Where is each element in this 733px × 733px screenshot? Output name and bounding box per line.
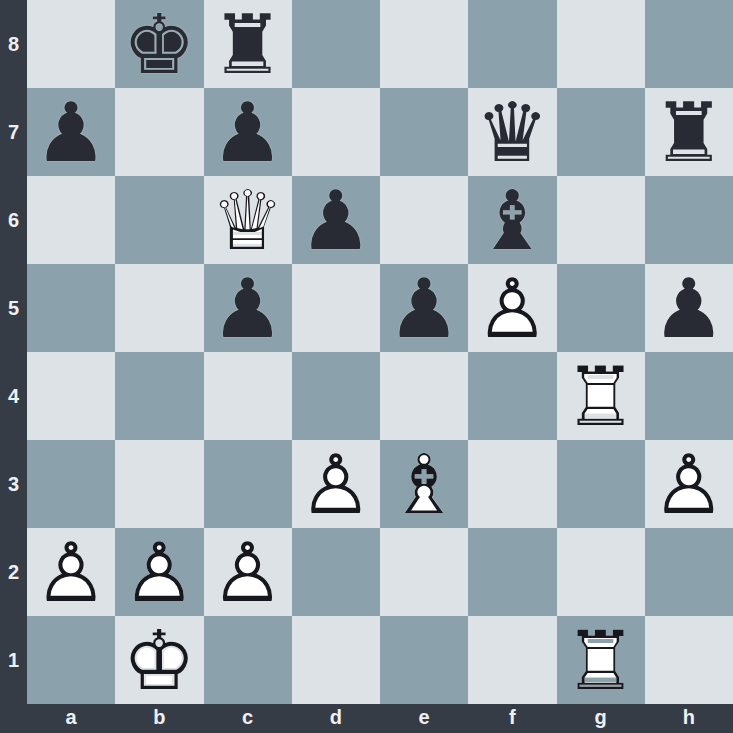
piece-black-pawn-d6[interactable]: ♟	[292, 176, 380, 264]
piece-white-king-b1[interactable]: ♚♔	[115, 616, 203, 704]
square-c2[interactable]: ♟♙	[204, 528, 292, 616]
square-a6[interactable]	[27, 176, 115, 264]
square-a5[interactable]	[27, 264, 115, 352]
white-queen-outline-icon: ♕	[211, 177, 285, 265]
square-f2[interactable]	[468, 528, 556, 616]
rank-label-1: 1	[0, 616, 27, 704]
chess-diagram: 87654321 ♚♜♟♟♛♜♛♕♟♝♟♟♟♙♟♜♖♟♙♝♗♟♙♟♙♟♙♟♙♚♔…	[0, 0, 733, 733]
file-label-f: f	[468, 704, 556, 733]
black-pawn-icon: ♟	[211, 89, 285, 177]
square-f8[interactable]	[468, 0, 556, 88]
piece-white-pawn-d3[interactable]: ♟♙	[292, 440, 380, 528]
white-rook-outline-icon: ♖	[564, 353, 638, 441]
rank-labels: 87654321	[0, 0, 27, 704]
square-a2[interactable]: ♟♙	[27, 528, 115, 616]
piece-white-pawn-f5[interactable]: ♟♙	[468, 264, 556, 352]
square-c1[interactable]	[204, 616, 292, 704]
piece-black-king-b8[interactable]: ♚	[115, 0, 203, 88]
square-h7[interactable]: ♜	[645, 88, 733, 176]
piece-white-pawn-h3[interactable]: ♟♙	[645, 440, 733, 528]
square-b3[interactable]	[115, 440, 203, 528]
black-rook-icon: ♜	[652, 89, 726, 177]
piece-black-rook-c8[interactable]: ♜	[204, 0, 292, 88]
square-g3[interactable]	[557, 440, 645, 528]
square-g4[interactable]: ♜♖	[557, 352, 645, 440]
square-d6[interactable]: ♟	[292, 176, 380, 264]
square-f5[interactable]: ♟♙	[468, 264, 556, 352]
square-e1[interactable]	[380, 616, 468, 704]
square-f7[interactable]: ♛	[468, 88, 556, 176]
black-pawn-icon: ♟	[299, 177, 373, 265]
square-g7[interactable]	[557, 88, 645, 176]
square-e2[interactable]	[380, 528, 468, 616]
piece-black-pawn-h5[interactable]: ♟	[645, 264, 733, 352]
piece-white-bishop-e3[interactable]: ♝♗	[380, 440, 468, 528]
white-pawn-outline-icon: ♙	[123, 529, 197, 617]
square-a7[interactable]: ♟	[27, 88, 115, 176]
square-d7[interactable]	[292, 88, 380, 176]
file-label-h: h	[645, 704, 733, 733]
square-f6[interactable]: ♝	[468, 176, 556, 264]
square-a8[interactable]	[27, 0, 115, 88]
square-c7[interactable]: ♟	[204, 88, 292, 176]
black-pawn-icon: ♟	[34, 89, 108, 177]
square-d4[interactable]	[292, 352, 380, 440]
file-label-e: e	[380, 704, 468, 733]
square-d1[interactable]	[292, 616, 380, 704]
piece-black-pawn-e5[interactable]: ♟	[380, 264, 468, 352]
square-f4[interactable]	[468, 352, 556, 440]
square-b4[interactable]	[115, 352, 203, 440]
piece-white-queen-c6[interactable]: ♛♕	[204, 176, 292, 264]
black-pawn-icon: ♟	[387, 265, 461, 353]
piece-white-pawn-a2[interactable]: ♟♙	[27, 528, 115, 616]
piece-black-queen-f7[interactable]: ♛	[468, 88, 556, 176]
piece-black-pawn-c5[interactable]: ♟	[204, 264, 292, 352]
white-pawn-outline-icon: ♙	[299, 441, 373, 529]
square-e5[interactable]: ♟	[380, 264, 468, 352]
square-b2[interactable]: ♟♙	[115, 528, 203, 616]
square-d2[interactable]	[292, 528, 380, 616]
square-c3[interactable]	[204, 440, 292, 528]
square-h2[interactable]	[645, 528, 733, 616]
white-pawn-outline-icon: ♙	[652, 441, 726, 529]
rank-label-4: 4	[0, 352, 27, 440]
black-rook-icon: ♜	[211, 1, 285, 89]
square-g5[interactable]	[557, 264, 645, 352]
rank-label-2: 2	[0, 528, 27, 616]
square-a1[interactable]	[27, 616, 115, 704]
file-label-d: d	[292, 704, 380, 733]
square-g6[interactable]	[557, 176, 645, 264]
square-c5[interactable]: ♟	[204, 264, 292, 352]
file-label-a: a	[27, 704, 115, 733]
square-h3[interactable]: ♟♙	[645, 440, 733, 528]
square-c8[interactable]: ♜	[204, 0, 292, 88]
square-b6[interactable]	[115, 176, 203, 264]
square-e3[interactable]: ♝♗	[380, 440, 468, 528]
white-rook-outline-icon: ♖	[564, 617, 638, 705]
white-bishop-outline-icon: ♗	[387, 441, 461, 529]
piece-black-pawn-c7[interactable]: ♟	[204, 88, 292, 176]
square-e6[interactable]	[380, 176, 468, 264]
square-b5[interactable]	[115, 264, 203, 352]
square-h1[interactable]	[645, 616, 733, 704]
square-a3[interactable]	[27, 440, 115, 528]
square-c6[interactable]: ♛♕	[204, 176, 292, 264]
square-f1[interactable]	[468, 616, 556, 704]
white-pawn-outline-icon: ♙	[34, 529, 108, 617]
file-label-c: c	[204, 704, 292, 733]
black-pawn-icon: ♟	[211, 265, 285, 353]
square-d5[interactable]	[292, 264, 380, 352]
black-queen-icon: ♛	[476, 89, 550, 177]
piece-white-pawn-b2[interactable]: ♟♙	[115, 528, 203, 616]
black-king-icon: ♚	[123, 1, 197, 89]
square-g8[interactable]	[557, 0, 645, 88]
piece-white-rook-g4[interactable]: ♜♖	[557, 352, 645, 440]
rank-label-3: 3	[0, 440, 27, 528]
rank-label-5: 5	[0, 264, 27, 352]
square-d8[interactable]	[292, 0, 380, 88]
black-pawn-icon: ♟	[652, 265, 726, 353]
black-bishop-icon: ♝	[476, 177, 550, 265]
rank-label-6: 6	[0, 176, 27, 264]
rank-label-8: 8	[0, 0, 27, 88]
square-e7[interactable]	[380, 88, 468, 176]
file-label-g: g	[557, 704, 645, 733]
square-h5[interactable]: ♟	[645, 264, 733, 352]
square-h6[interactable]	[645, 176, 733, 264]
square-g1[interactable]: ♜♖	[557, 616, 645, 704]
rank-label-7: 7	[0, 88, 27, 176]
square-e4[interactable]	[380, 352, 468, 440]
square-c4[interactable]	[204, 352, 292, 440]
piece-white-rook-g1[interactable]: ♜♖	[557, 616, 645, 704]
square-b1[interactable]: ♚♔	[115, 616, 203, 704]
white-pawn-outline-icon: ♙	[476, 265, 550, 353]
square-b8[interactable]: ♚	[115, 0, 203, 88]
white-king-outline-icon: ♔	[123, 617, 197, 705]
square-h4[interactable]	[645, 352, 733, 440]
square-a4[interactable]	[27, 352, 115, 440]
square-e8[interactable]	[380, 0, 468, 88]
square-f3[interactable]	[468, 440, 556, 528]
piece-black-rook-h7[interactable]: ♜	[645, 88, 733, 176]
file-labels: abcdefgh	[27, 704, 733, 733]
piece-white-pawn-c2[interactable]: ♟♙	[204, 528, 292, 616]
chess-board: ♚♜♟♟♛♜♛♕♟♝♟♟♟♙♟♜♖♟♙♝♗♟♙♟♙♟♙♟♙♚♔♜♖	[27, 0, 733, 704]
square-b7[interactable]	[115, 88, 203, 176]
square-h8[interactable]	[645, 0, 733, 88]
square-d3[interactable]: ♟♙	[292, 440, 380, 528]
piece-black-pawn-a7[interactable]: ♟	[27, 88, 115, 176]
white-pawn-outline-icon: ♙	[211, 529, 285, 617]
square-g2[interactable]	[557, 528, 645, 616]
file-label-b: b	[115, 704, 203, 733]
piece-black-bishop-f6[interactable]: ♝	[468, 176, 556, 264]
